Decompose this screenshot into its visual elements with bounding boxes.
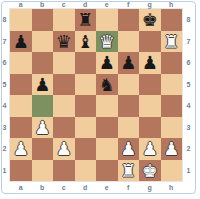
square-e5[interactable]: ♞ <box>96 74 118 96</box>
piece-black-pawn: ♟ <box>120 52 136 74</box>
square-a4[interactable] <box>10 95 32 117</box>
rank-label-7: 7 <box>0 31 9 53</box>
square-b2[interactable] <box>32 138 54 160</box>
square-b7[interactable] <box>32 31 54 53</box>
file-label-f: f <box>118 182 140 193</box>
square-g6[interactable]: ♟ <box>139 52 161 74</box>
rank-label-5: 5 <box>0 74 9 96</box>
square-e6[interactable]: ♟ <box>96 52 118 74</box>
square-b8[interactable] <box>32 9 54 31</box>
square-e2[interactable] <box>96 138 118 160</box>
square-h2[interactable]: ♟ <box>161 138 183 160</box>
square-b4[interactable] <box>32 95 54 117</box>
rank-label-7: 7 <box>184 31 193 53</box>
piece-white-queen: ♛ <box>99 31 115 53</box>
piece-black-rook: ♜ <box>77 9 93 31</box>
square-a2[interactable]: ♟ <box>10 138 32 160</box>
file-label-h: h <box>161 182 183 193</box>
rank-label-5: 5 <box>184 74 193 96</box>
file-label-d: d <box>75 182 97 193</box>
square-a6[interactable] <box>10 52 32 74</box>
square-h7[interactable]: ♜ <box>161 31 183 53</box>
piece-white-pawn: ♟ <box>13 138 29 160</box>
square-h6[interactable] <box>161 52 183 74</box>
square-f8[interactable] <box>118 9 140 31</box>
square-e3[interactable] <box>96 117 118 139</box>
square-h8[interactable] <box>161 9 183 31</box>
file-label-h: h <box>161 0 183 9</box>
square-e1[interactable] <box>96 160 118 182</box>
square-d8[interactable]: ♜ <box>75 9 97 31</box>
square-d2[interactable] <box>75 138 97 160</box>
square-c1[interactable] <box>53 160 75 182</box>
piece-white-rook: ♜ <box>120 160 136 182</box>
square-c8[interactable] <box>53 9 75 31</box>
file-label-c: c <box>53 0 75 9</box>
piece-black-king: ♚ <box>142 9 158 31</box>
file-labels-bottom: abcdefgh <box>10 182 182 193</box>
piece-white-pawn: ♟ <box>163 138 179 160</box>
file-label-b: b <box>32 0 54 9</box>
square-d5[interactable] <box>75 74 97 96</box>
square-e4[interactable] <box>96 95 118 117</box>
square-g1[interactable]: ♚ <box>139 160 161 182</box>
square-g5[interactable] <box>139 74 161 96</box>
piece-black-pawn: ♟ <box>34 74 50 96</box>
rank-label-4: 4 <box>0 95 9 117</box>
square-g2[interactable]: ♟ <box>139 138 161 160</box>
piece-white-king: ♚ <box>142 160 158 182</box>
rank-labels-left: 87654321 <box>0 9 9 181</box>
square-h4[interactable] <box>161 95 183 117</box>
square-b1[interactable] <box>32 160 54 182</box>
rank-label-3: 3 <box>184 117 193 139</box>
square-g7[interactable] <box>139 31 161 53</box>
square-f1[interactable]: ♜ <box>118 160 140 182</box>
square-b3[interactable]: ♟ <box>32 117 54 139</box>
square-e8[interactable] <box>96 9 118 31</box>
chess-board: ♜♚♟♛♝♛♜♟♟♟♟♞♟♟♟♟♟♟♜♚ <box>10 9 182 181</box>
piece-black-pawn: ♟ <box>99 52 115 74</box>
square-a3[interactable] <box>10 117 32 139</box>
square-c7[interactable]: ♛ <box>53 31 75 53</box>
rank-label-6: 6 <box>0 52 9 74</box>
rank-label-4: 4 <box>184 95 193 117</box>
square-d6[interactable] <box>75 52 97 74</box>
file-label-g: g <box>139 182 161 193</box>
piece-white-pawn: ♟ <box>34 117 50 139</box>
piece-white-rook: ♜ <box>163 31 179 53</box>
piece-black-pawn: ♟ <box>13 31 29 53</box>
square-g3[interactable] <box>139 117 161 139</box>
file-label-g: g <box>139 0 161 9</box>
square-c6[interactable] <box>53 52 75 74</box>
square-c4[interactable] <box>53 95 75 117</box>
file-label-b: b <box>32 182 54 193</box>
square-a7[interactable]: ♟ <box>10 31 32 53</box>
square-f2[interactable]: ♟ <box>118 138 140 160</box>
square-f3[interactable] <box>118 117 140 139</box>
square-f7[interactable] <box>118 31 140 53</box>
rank-label-2: 2 <box>0 138 9 160</box>
square-a8[interactable] <box>10 9 32 31</box>
square-d7[interactable]: ♝ <box>75 31 97 53</box>
file-label-e: e <box>96 0 118 9</box>
square-d1[interactable] <box>75 160 97 182</box>
rank-label-2: 2 <box>184 138 193 160</box>
square-f6[interactable]: ♟ <box>118 52 140 74</box>
rank-label-6: 6 <box>184 52 193 74</box>
square-e7[interactable]: ♛ <box>96 31 118 53</box>
square-c5[interactable] <box>53 74 75 96</box>
piece-white-pawn: ♟ <box>142 138 158 160</box>
rank-label-8: 8 <box>0 9 9 31</box>
file-label-e: e <box>96 182 118 193</box>
square-d4[interactable] <box>75 95 97 117</box>
rank-label-8: 8 <box>184 9 193 31</box>
rank-labels-right: 87654321 <box>184 9 193 181</box>
file-label-a: a <box>10 182 32 193</box>
square-b6[interactable] <box>32 52 54 74</box>
file-labels-top: abcdefgh <box>10 0 182 9</box>
square-h3[interactable] <box>161 117 183 139</box>
square-f4[interactable] <box>118 95 140 117</box>
square-c3[interactable] <box>53 117 75 139</box>
file-label-c: c <box>53 182 75 193</box>
square-d3[interactable] <box>75 117 97 139</box>
piece-black-knight: ♞ <box>99 74 115 96</box>
piece-white-pawn: ♟ <box>56 138 72 160</box>
square-c2[interactable]: ♟ <box>53 138 75 160</box>
square-a1[interactable] <box>10 160 32 182</box>
piece-black-queen: ♛ <box>56 31 72 53</box>
square-a5[interactable] <box>10 74 32 96</box>
rank-label-1: 1 <box>184 160 193 182</box>
square-g8[interactable]: ♚ <box>139 9 161 31</box>
file-label-a: a <box>10 0 32 9</box>
piece-black-pawn: ♟ <box>142 52 158 74</box>
square-h1[interactable] <box>161 160 183 182</box>
square-h5[interactable] <box>161 74 183 96</box>
piece-black-bishop: ♝ <box>77 31 93 53</box>
file-label-d: d <box>75 0 97 9</box>
square-b5[interactable]: ♟ <box>32 74 54 96</box>
rank-label-1: 1 <box>0 160 9 182</box>
rank-label-3: 3 <box>0 117 9 139</box>
square-g4[interactable] <box>139 95 161 117</box>
square-f5[interactable] <box>118 74 140 96</box>
file-label-f: f <box>118 0 140 9</box>
piece-white-pawn: ♟ <box>120 138 136 160</box>
